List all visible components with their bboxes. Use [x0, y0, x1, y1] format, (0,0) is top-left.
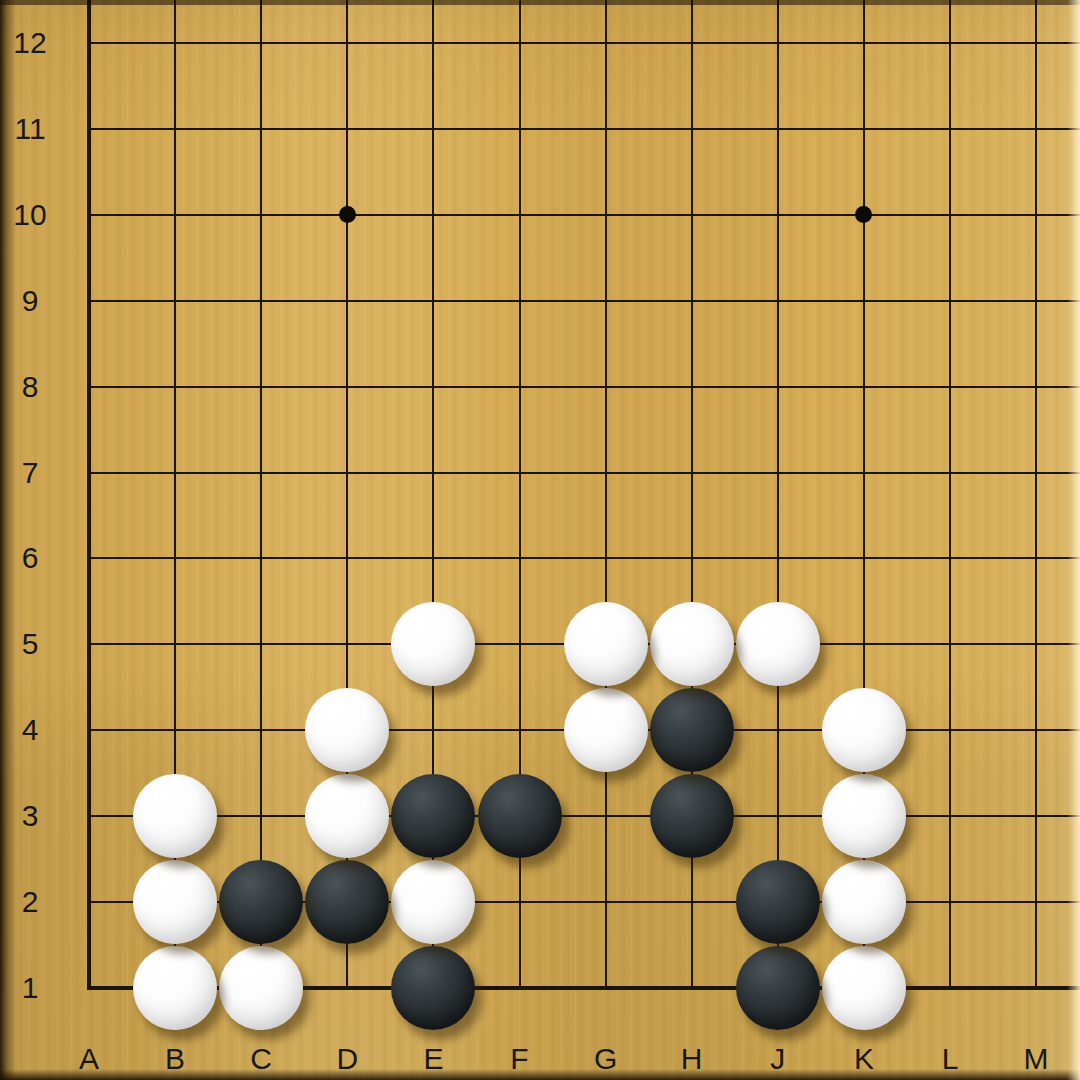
- stone-white-G5[interactable]: [564, 602, 648, 686]
- row-label-11: 11: [6, 111, 54, 147]
- row-label-12: 12: [6, 25, 54, 61]
- star-point-D10: [339, 206, 356, 223]
- col-label-H: H: [662, 1041, 722, 1077]
- go-board[interactable]: ABCDEFGHJKLM121110987654321: [0, 0, 1080, 1080]
- row-label-2: 2: [6, 884, 54, 920]
- grid-line-col-M: [1035, 0, 1037, 990]
- grid-line-col-A: [87, 0, 92, 990]
- stone-white-D4[interactable]: [305, 688, 389, 772]
- stone-black-H4[interactable]: [650, 688, 734, 772]
- row-label-5: 5: [6, 626, 54, 662]
- grid-line-col-J: [777, 0, 779, 990]
- board-edge-shading-right: [1067, 0, 1080, 1080]
- row-label-4: 4: [6, 712, 54, 748]
- stone-white-K2[interactable]: [822, 860, 906, 944]
- col-label-B: B: [145, 1041, 205, 1077]
- stone-black-H3[interactable]: [650, 774, 734, 858]
- stone-black-J1[interactable]: [736, 946, 820, 1030]
- grid-line-col-G: [605, 0, 607, 990]
- row-label-3: 3: [6, 798, 54, 834]
- col-label-A: A: [59, 1041, 119, 1077]
- col-label-J: J: [748, 1041, 808, 1077]
- stone-black-D2[interactable]: [305, 860, 389, 944]
- stone-black-E3[interactable]: [391, 774, 475, 858]
- stone-white-K3[interactable]: [822, 774, 906, 858]
- row-label-10: 10: [6, 197, 54, 233]
- col-label-G: G: [576, 1041, 636, 1077]
- stone-white-E5[interactable]: [391, 602, 475, 686]
- stone-white-B1[interactable]: [133, 946, 217, 1030]
- col-label-M: M: [1006, 1041, 1066, 1077]
- stone-white-H5[interactable]: [650, 602, 734, 686]
- stone-black-J2[interactable]: [736, 860, 820, 944]
- stone-black-C2[interactable]: [219, 860, 303, 944]
- grid-line-row-9: [87, 300, 1080, 302]
- row-label-1: 1: [6, 970, 54, 1006]
- grid-line-row-6: [87, 557, 1080, 559]
- stone-white-B3[interactable]: [133, 774, 217, 858]
- grid-line-row-7: [87, 472, 1080, 474]
- stone-black-E1[interactable]: [391, 946, 475, 1030]
- row-label-8: 8: [6, 369, 54, 405]
- stone-white-J5[interactable]: [736, 602, 820, 686]
- stone-white-C1[interactable]: [219, 946, 303, 1030]
- col-label-K: K: [834, 1041, 894, 1077]
- grid-line-row-3: [87, 815, 1080, 817]
- stone-white-K4[interactable]: [822, 688, 906, 772]
- grid-line-col-L: [949, 0, 951, 990]
- row-label-7: 7: [6, 455, 54, 491]
- col-label-F: F: [490, 1041, 550, 1077]
- stone-black-F3[interactable]: [478, 774, 562, 858]
- row-label-9: 9: [6, 283, 54, 319]
- stone-white-E2[interactable]: [391, 860, 475, 944]
- stone-white-B2[interactable]: [133, 860, 217, 944]
- row-label-6: 6: [6, 540, 54, 576]
- grid-line-row-8: [87, 386, 1080, 388]
- grid-line-row-10: [87, 214, 1080, 216]
- star-point-K10: [855, 206, 872, 223]
- grid-line-col-C: [260, 0, 262, 990]
- grid-line-row-12: [87, 42, 1080, 44]
- board-edge-shading-top: [0, 0, 1080, 5]
- stone-white-K1[interactable]: [822, 946, 906, 1030]
- col-label-L: L: [920, 1041, 980, 1077]
- stone-white-D3[interactable]: [305, 774, 389, 858]
- grid-line-row-11: [87, 128, 1080, 130]
- col-label-D: D: [317, 1041, 377, 1077]
- stone-white-G4[interactable]: [564, 688, 648, 772]
- col-label-C: C: [231, 1041, 291, 1077]
- col-label-E: E: [403, 1041, 463, 1077]
